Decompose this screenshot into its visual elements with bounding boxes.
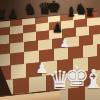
piece-white-pawn-c3[interactable]: ♟ — [35, 61, 48, 76]
piece-black-pawn-e5[interactable]: ♟ — [52, 22, 63, 34]
piece-black-rook-h8[interactable]: ♜ — [85, 7, 95, 18]
piece-black-pawn-b7[interactable]: ♟ — [8, 7, 19, 19]
piece-black-rook-a8[interactable]: ♜ — [0, 8, 7, 21]
piece-black-king-e8[interactable]: ♚ — [47, 0, 61, 15]
piece-white-pawn-e4[interactable]: ♟ — [60, 37, 71, 49]
piece-black-knight-b8[interactable]: ♞ — [23, 2, 36, 17]
piece-white-bishop-f1[interactable]: ♝ — [82, 66, 100, 92]
pieces-layer: ♜♟♞♛♚♝♞♜♟♟♟♛♚♝ — [0, 0, 100, 100]
chess-photo-scene: ♜♟♞♛♚♝♞♜♟♟♟♛♚♝ — [0, 0, 100, 100]
